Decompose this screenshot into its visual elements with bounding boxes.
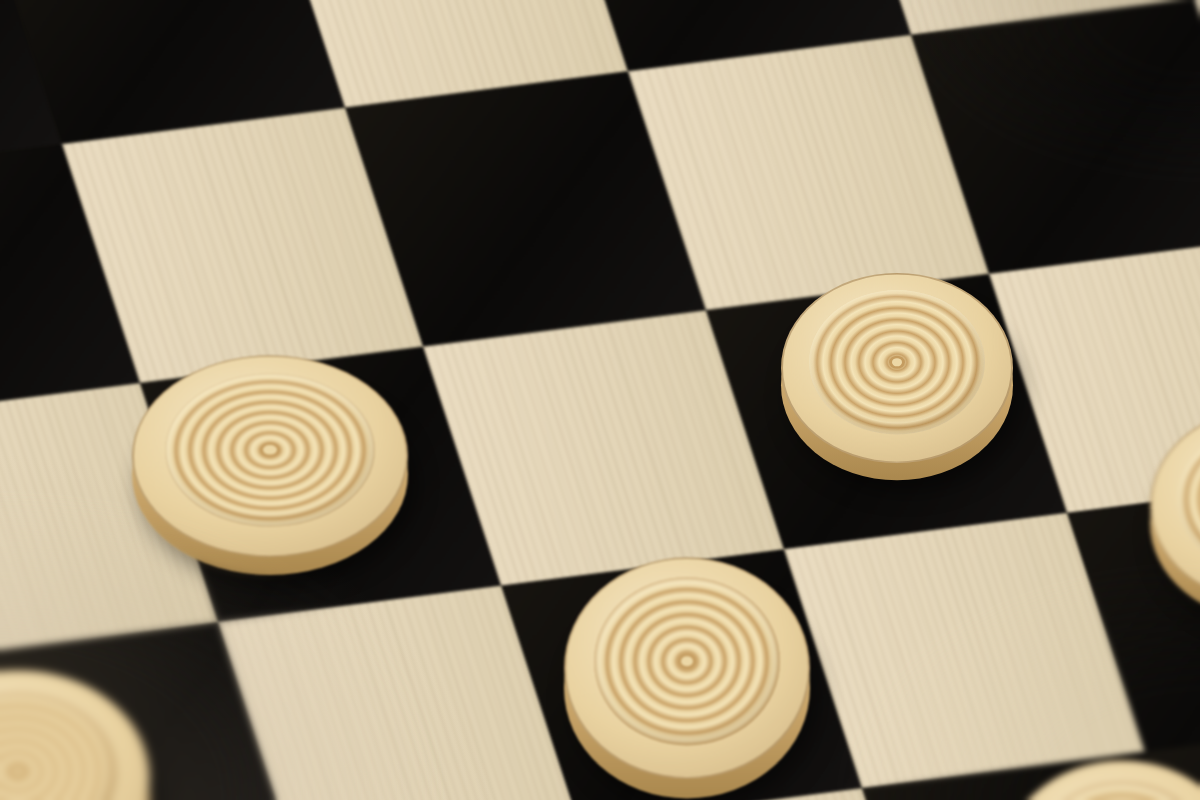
checker-piece-light[interactable] <box>1150 408 1200 603</box>
checker-piece-light[interactable] <box>0 670 150 800</box>
checker-center-dot <box>260 443 279 457</box>
checker-center-dot <box>678 654 695 669</box>
checker-piece-light[interactable] <box>997 760 1200 800</box>
checker-piece-light[interactable] <box>564 557 810 778</box>
checker-piece-light[interactable] <box>781 273 1013 463</box>
photo-canvas <box>0 0 1200 800</box>
checker-piece-light[interactable] <box>132 355 408 556</box>
